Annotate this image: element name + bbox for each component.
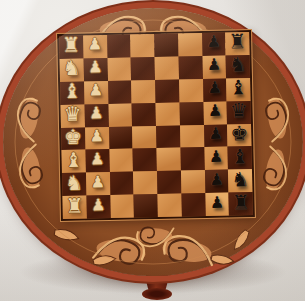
- square-d6[interactable]: [179, 102, 203, 125]
- black-knight[interactable]: ♞: [231, 169, 249, 189]
- square-g4[interactable]: [133, 171, 157, 194]
- white-bishop[interactable]: ♝: [63, 81, 81, 101]
- white-bishop[interactable]: ♝: [64, 149, 82, 169]
- black-king[interactable]: ♚: [230, 123, 248, 143]
- square-h3[interactable]: [110, 195, 134, 218]
- square-f4[interactable]: [133, 148, 157, 171]
- black-pawn[interactable]: ♟: [207, 57, 222, 73]
- square-f5[interactable]: [156, 148, 180, 171]
- white-pawn[interactable]: ♟: [90, 151, 105, 167]
- square-c3[interactable]: [108, 80, 132, 103]
- square-a3[interactable]: [107, 35, 131, 58]
- square-g5[interactable]: [157, 171, 181, 194]
- black-pawn[interactable]: ♟: [210, 194, 225, 210]
- square-a6[interactable]: [178, 33, 202, 56]
- black-rook[interactable]: ♜: [232, 192, 250, 212]
- white-pawn[interactable]: ♟: [89, 128, 104, 144]
- square-d5[interactable]: [156, 102, 180, 125]
- square-b3[interactable]: [107, 57, 131, 80]
- photo-backdrop: ♜♟♟♜♞♟♟♞♝♟♟♝♛♟♟♛♚♟♟♚♝♟♟♝♞♟♟♞♜♟♟♜: [0, 0, 305, 301]
- square-g3[interactable]: [109, 172, 133, 195]
- square-e3[interactable]: [109, 126, 133, 149]
- game-table: ♜♟♟♜♞♟♟♞♝♟♟♝♛♟♟♛♚♟♟♚♝♟♟♝♞♟♟♞♜♟♟♜: [3, 8, 303, 276]
- square-f6[interactable]: [180, 147, 204, 170]
- black-pawn[interactable]: ♟: [206, 34, 221, 50]
- white-pawn[interactable]: ♟: [91, 197, 106, 213]
- square-e4[interactable]: [132, 126, 156, 149]
- square-c2[interactable]: ♟: [84, 81, 108, 104]
- square-d7[interactable]: ♟: [203, 101, 227, 124]
- white-pawn[interactable]: ♟: [89, 105, 104, 121]
- square-f3[interactable]: [109, 149, 133, 172]
- square-e2[interactable]: ♟: [85, 126, 109, 149]
- square-c7[interactable]: ♟: [203, 78, 227, 101]
- square-d2[interactable]: ♟: [84, 104, 108, 127]
- chess-board: ♜♟♟♜♞♟♟♞♝♟♟♝♛♟♟♛♚♟♟♚♝♟♟♝♞♟♟♞♜♟♟♜: [57, 30, 255, 221]
- square-b5[interactable]: [155, 56, 179, 79]
- square-h5[interactable]: [157, 194, 181, 217]
- square-h8[interactable]: ♜: [229, 192, 253, 215]
- square-h2[interactable]: ♟: [86, 195, 110, 218]
- square-b6[interactable]: [178, 56, 202, 79]
- black-pawn[interactable]: ♟: [208, 126, 223, 142]
- black-pawn[interactable]: ♟: [208, 103, 223, 119]
- black-bishop[interactable]: ♝: [231, 146, 249, 166]
- white-king[interactable]: ♚: [64, 126, 82, 146]
- black-bishop[interactable]: ♝: [229, 77, 247, 97]
- square-e5[interactable]: [156, 125, 180, 148]
- black-rook[interactable]: ♜: [228, 32, 246, 52]
- black-pawn[interactable]: ♟: [209, 148, 224, 164]
- square-b7[interactable]: ♟: [202, 55, 226, 78]
- black-knight[interactable]: ♞: [229, 54, 247, 74]
- white-pawn[interactable]: ♟: [88, 59, 103, 75]
- square-a2[interactable]: ♟: [83, 35, 107, 58]
- white-rook[interactable]: ♜: [62, 35, 80, 55]
- square-a4[interactable]: [130, 34, 154, 57]
- square-d3[interactable]: [108, 103, 132, 126]
- square-d4[interactable]: [132, 103, 156, 126]
- white-knight[interactable]: ♞: [62, 58, 80, 78]
- white-queen[interactable]: ♛: [63, 104, 81, 124]
- square-h7[interactable]: ♟: [205, 193, 229, 216]
- square-e7[interactable]: ♟: [203, 124, 227, 147]
- square-c4[interactable]: [131, 80, 155, 103]
- square-g7[interactable]: ♟: [204, 170, 228, 193]
- black-pawn[interactable]: ♟: [207, 80, 222, 96]
- white-pawn[interactable]: ♟: [90, 174, 105, 190]
- square-f2[interactable]: ♟: [85, 149, 109, 172]
- black-pawn[interactable]: ♟: [209, 171, 224, 187]
- square-a7[interactable]: ♟: [202, 33, 226, 56]
- white-knight[interactable]: ♞: [65, 172, 83, 192]
- square-b2[interactable]: ♟: [83, 58, 107, 81]
- square-g6[interactable]: [181, 170, 205, 193]
- white-rook[interactable]: ♜: [65, 195, 83, 215]
- square-c6[interactable]: [179, 79, 203, 102]
- white-pawn[interactable]: ♟: [89, 82, 104, 98]
- white-pawn[interactable]: ♟: [88, 37, 103, 53]
- square-h6[interactable]: [181, 193, 205, 216]
- square-h4[interactable]: [134, 194, 158, 217]
- square-g2[interactable]: ♟: [86, 172, 110, 195]
- square-b4[interactable]: [131, 57, 155, 80]
- square-h1[interactable]: ♜: [62, 196, 86, 219]
- square-f7[interactable]: ♟: [204, 147, 228, 170]
- square-e6[interactable]: [180, 125, 204, 148]
- square-c5[interactable]: [155, 79, 179, 102]
- square-a5[interactable]: [154, 34, 178, 57]
- black-queen[interactable]: ♛: [230, 100, 248, 120]
